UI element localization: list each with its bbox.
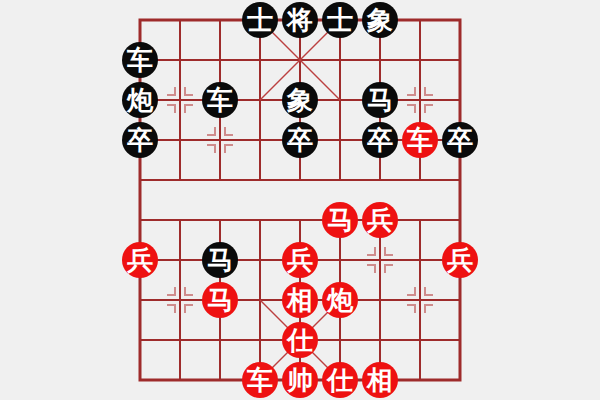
red-general[interactable]: 帅 [282, 362, 318, 398]
xiangqi-board: 士将士象车炮车象马卒卒卒车卒马兵兵马兵兵马相炮仕车帅仕相 [0, 0, 600, 400]
black-chariot[interactable]: 车 [122, 42, 158, 78]
black-cannon[interactable]: 炮 [122, 82, 158, 118]
red-horse[interactable]: 马 [202, 282, 238, 318]
black-horse[interactable]: 马 [202, 242, 238, 278]
black-advisor[interactable]: 士 [242, 2, 278, 38]
red-elephant[interactable]: 相 [362, 362, 398, 398]
red-cannon[interactable]: 炮 [322, 282, 358, 318]
red-chariot[interactable]: 车 [402, 122, 438, 158]
red-pawn[interactable]: 兵 [282, 242, 318, 278]
black-advisor[interactable]: 士 [322, 2, 358, 38]
black-horse[interactable]: 马 [362, 82, 398, 118]
black-pawn[interactable]: 卒 [122, 122, 158, 158]
black-elephant[interactable]: 象 [362, 2, 398, 38]
pieces-layer: 士将士象车炮车象马卒卒卒车卒马兵兵马兵兵马相炮仕车帅仕相 [120, 0, 480, 400]
black-pawn[interactable]: 卒 [362, 122, 398, 158]
red-chariot[interactable]: 车 [242, 362, 278, 398]
black-pawn[interactable]: 卒 [282, 122, 318, 158]
red-horse[interactable]: 马 [322, 202, 358, 238]
red-pawn[interactable]: 兵 [122, 242, 158, 278]
red-pawn[interactable]: 兵 [362, 202, 398, 238]
red-advisor[interactable]: 仕 [282, 322, 318, 358]
red-pawn[interactable]: 兵 [442, 242, 478, 278]
black-elephant[interactable]: 象 [282, 82, 318, 118]
red-advisor[interactable]: 仕 [322, 362, 358, 398]
black-pawn[interactable]: 卒 [442, 122, 478, 158]
black-general[interactable]: 将 [282, 2, 318, 38]
black-chariot[interactable]: 车 [202, 82, 238, 118]
red-elephant[interactable]: 相 [282, 282, 318, 318]
